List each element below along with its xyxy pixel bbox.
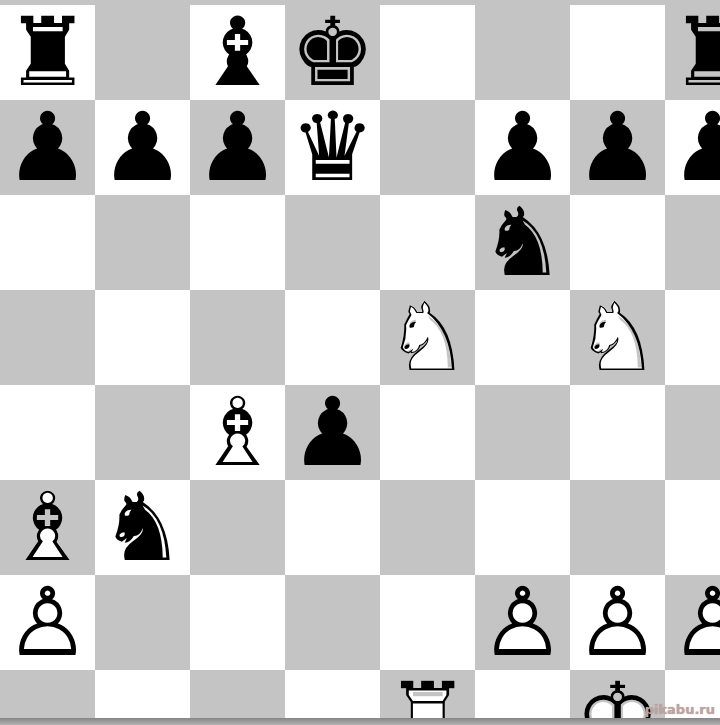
square-b2 (95, 575, 190, 670)
black-pawn: ♟ (190, 100, 285, 195)
black-pawn: ♟ (0, 100, 95, 195)
watermark-pikabu: pikabu.ru (645, 702, 715, 717)
square-c3 (190, 480, 285, 575)
board-bottom-border (0, 718, 720, 725)
square-d6 (285, 195, 380, 290)
square-e3 (380, 480, 475, 575)
white-pawn: ♟♙ (0, 575, 95, 670)
square-h7: ♟ (665, 100, 720, 195)
black-knight: ♞ (475, 195, 570, 290)
square-d3 (285, 480, 380, 575)
square-e2 (380, 575, 475, 670)
black-queen: ♛ (285, 100, 380, 195)
square-h3 (665, 480, 720, 575)
square-f7: ♟ (475, 100, 570, 195)
square-h5 (665, 290, 720, 385)
square-c7: ♟ (190, 100, 285, 195)
square-f2: ♟♙ (475, 575, 570, 670)
square-h4 (665, 385, 720, 480)
white-rook: ♜♖ (380, 670, 475, 725)
black-rook: ♜ (0, 5, 95, 100)
square-a5 (0, 290, 95, 385)
white-pawn: ♟♙ (570, 575, 665, 670)
square-g3 (570, 480, 665, 575)
square-f3 (475, 480, 570, 575)
square-d1 (285, 670, 380, 725)
square-g2: ♟♙ (570, 575, 665, 670)
square-f8 (475, 5, 570, 100)
square-b3: ♞ (95, 480, 190, 575)
square-h6 (665, 195, 720, 290)
square-d5 (285, 290, 380, 385)
square-f4 (475, 385, 570, 480)
white-bishop: ♝♗ (0, 480, 95, 575)
white-bishop: ♝♗ (190, 385, 285, 480)
square-b4 (95, 385, 190, 480)
square-a4 (0, 385, 95, 480)
black-pawn: ♟ (475, 100, 570, 195)
black-king: ♚ (285, 5, 380, 100)
square-f1 (475, 670, 570, 725)
square-g8 (570, 5, 665, 100)
square-f5 (475, 290, 570, 385)
square-b7: ♟ (95, 100, 190, 195)
square-c1 (190, 670, 285, 725)
square-e7 (380, 100, 475, 195)
black-knight: ♞ (95, 480, 190, 575)
square-e1: ♜♖ (380, 670, 475, 725)
chess-diagram: ♜♝♚♜♟♟♟♛♟♟♟♞♞♘♞♘♝♗♟♝♗♞♟♙♟♙♟♙♟♙♜♖♚♔ pikab… (0, 0, 720, 725)
square-a6 (0, 195, 95, 290)
square-e5: ♞♘ (380, 290, 475, 385)
square-g6 (570, 195, 665, 290)
black-pawn: ♟ (285, 385, 380, 480)
black-rook: ♜ (665, 5, 720, 100)
square-b8 (95, 5, 190, 100)
black-pawn: ♟ (570, 100, 665, 195)
square-g7: ♟ (570, 100, 665, 195)
square-h2: ♟♙ (665, 575, 720, 670)
square-e6 (380, 195, 475, 290)
white-pawn: ♟♙ (475, 575, 570, 670)
square-b6 (95, 195, 190, 290)
square-a2: ♟♙ (0, 575, 95, 670)
square-h8: ♜ (665, 5, 720, 100)
black-pawn: ♟ (665, 100, 720, 195)
square-c2 (190, 575, 285, 670)
square-d2 (285, 575, 380, 670)
chess-board: ♜♝♚♜♟♟♟♛♟♟♟♞♞♘♞♘♝♗♟♝♗♞♟♙♟♙♟♙♟♙♜♖♚♔ (0, 5, 720, 718)
square-d7: ♛ (285, 100, 380, 195)
square-a3: ♝♗ (0, 480, 95, 575)
square-b1 (95, 670, 190, 725)
square-d8: ♚ (285, 5, 380, 100)
square-g5: ♞♘ (570, 290, 665, 385)
square-a8: ♜ (0, 5, 95, 100)
square-d4: ♟ (285, 385, 380, 480)
white-knight: ♞♘ (380, 290, 475, 385)
square-c5 (190, 290, 285, 385)
square-a7: ♟ (0, 100, 95, 195)
square-c6 (190, 195, 285, 290)
white-knight: ♞♘ (570, 290, 665, 385)
square-e8 (380, 5, 475, 100)
square-f6: ♞ (475, 195, 570, 290)
white-pawn: ♟♙ (665, 575, 720, 670)
square-b5 (95, 290, 190, 385)
black-pawn: ♟ (95, 100, 190, 195)
black-bishop: ♝ (190, 5, 285, 100)
square-a1 (0, 670, 95, 725)
square-e4 (380, 385, 475, 480)
square-c4: ♝♗ (190, 385, 285, 480)
square-g4 (570, 385, 665, 480)
square-c8: ♝ (190, 5, 285, 100)
